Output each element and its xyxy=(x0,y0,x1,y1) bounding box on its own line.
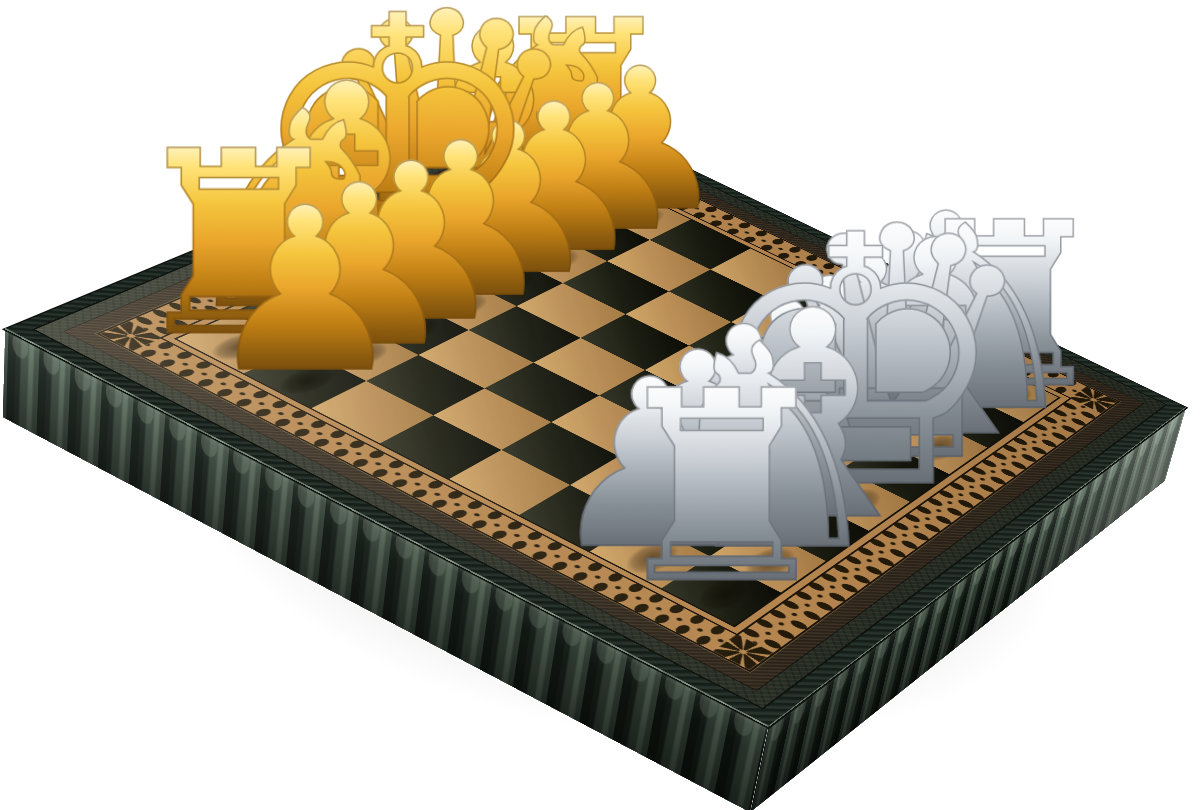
scene: ♜♞♝♛♚♝♞♜♟♟♟♟♟♟♟♟♟♟♟♟♟♟♟♟♜♞♝♛♚♝♞♜ xyxy=(0,0,1200,810)
